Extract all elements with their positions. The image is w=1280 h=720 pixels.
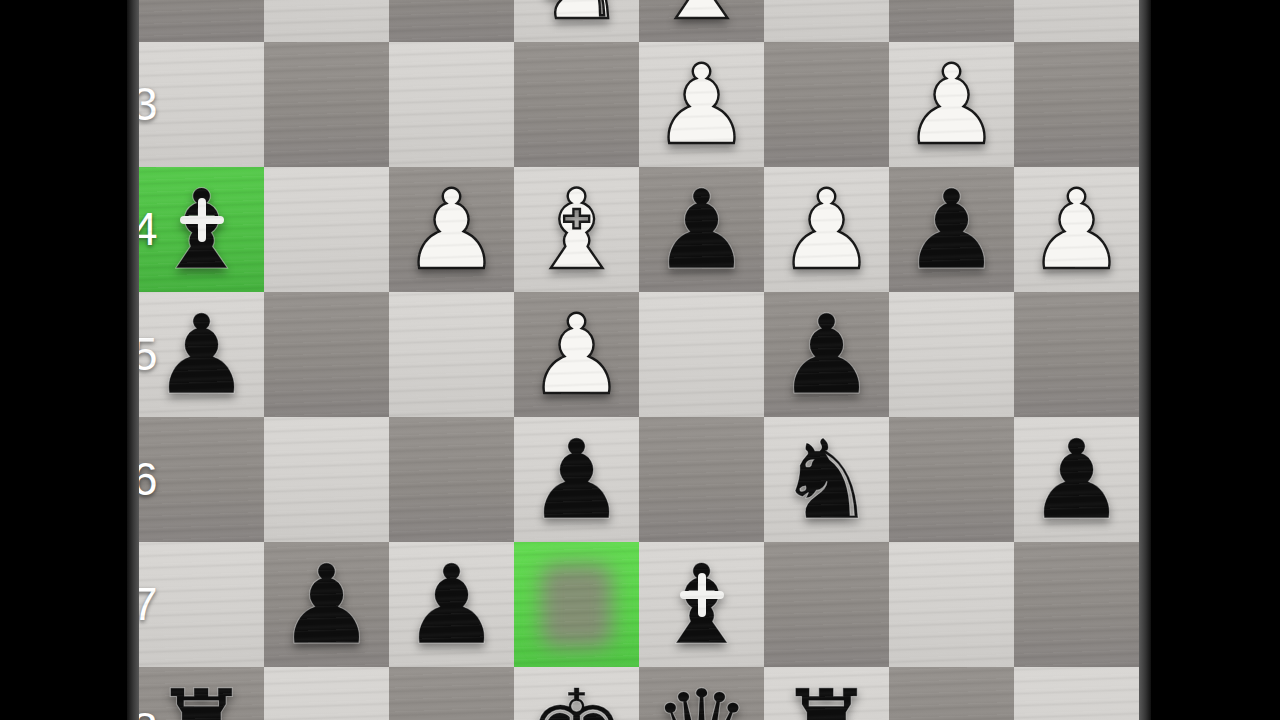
square-c2[interactable] [764, 0, 889, 42]
piece-black-pawn-a6[interactable]: ♟ [1014, 417, 1139, 542]
piece-black-knight-c6[interactable]: ♞ [764, 417, 889, 542]
piece-white-bishop-d2[interactable]: ♝ [639, 0, 764, 42]
square-d6[interactable] [639, 417, 764, 542]
piece-black-pawn-c5[interactable]: ♟ [764, 292, 889, 417]
square-a2[interactable] [1014, 0, 1139, 42]
square-d3[interactable]: ♟ [639, 42, 764, 167]
piece-white-pawn-e5[interactable]: ♟ [514, 292, 639, 417]
square-c3[interactable] [764, 42, 889, 167]
square-e5[interactable]: ♟ [514, 292, 639, 417]
square-f7[interactable]: ♟ [389, 542, 514, 667]
square-b4[interactable]: ♟ [889, 167, 1014, 292]
piece-white-pawn-a4[interactable]: ♟ [1014, 167, 1139, 292]
piece-black-pawn-b4[interactable]: ♟ [889, 167, 1014, 292]
piece-black-king-e8[interactable]: ♚ [514, 667, 639, 720]
board-edge-right [1139, 0, 1151, 720]
square-g8[interactable] [264, 667, 389, 720]
piece-white-pawn-c4[interactable]: ♟ [764, 167, 889, 292]
piece-white-bishop-e4[interactable]: ♝ [514, 167, 639, 292]
square-b2[interactable] [889, 0, 1014, 42]
square-g3[interactable] [264, 42, 389, 167]
square-e4[interactable]: ♝ [514, 167, 639, 292]
square-g4[interactable] [264, 167, 389, 292]
piece-white-pawn-f4[interactable]: ♟ [389, 167, 514, 292]
square-b5[interactable] [889, 292, 1014, 417]
square-d2[interactable]: ♝ [639, 0, 764, 42]
piece-black-pawn-e6[interactable]: ♟ [514, 417, 639, 542]
square-a3[interactable] [1014, 42, 1139, 167]
square-g2[interactable] [264, 0, 389, 42]
square-d8[interactable]: ♛ [639, 667, 764, 720]
square-d5[interactable] [639, 292, 764, 417]
square-g5[interactable] [264, 292, 389, 417]
square-a7[interactable] [1014, 542, 1139, 667]
app-stage: ♞♝♟♟♝♟♝♟♟♟♟♟♟♟♟♞♟♟♟♝♜♚♛♜345678 [0, 0, 1280, 720]
piece-white-knight-e2[interactable]: ♞ [514, 0, 639, 42]
square-c4[interactable]: ♟ [764, 167, 889, 292]
square-b6[interactable] [889, 417, 1014, 542]
square-f4[interactable]: ♟ [389, 167, 514, 292]
square-e3[interactable] [514, 42, 639, 167]
square-e2[interactable]: ♞ [514, 0, 639, 42]
piece-white-pawn-b3[interactable]: ♟ [889, 42, 1014, 167]
square-f8[interactable] [389, 667, 514, 720]
square-b3[interactable]: ♟ [889, 42, 1014, 167]
square-d7[interactable]: ♝ [639, 542, 764, 667]
square-e6[interactable]: ♟ [514, 417, 639, 542]
piece-black-pawn-f7[interactable]: ♟ [389, 542, 514, 667]
chess-board[interactable]: ♞♝♟♟♝♟♝♟♟♟♟♟♟♟♟♞♟♟♟♝♜♚♛♜345678 [139, 0, 1139, 720]
square-f2[interactable] [389, 0, 514, 42]
square-c5[interactable]: ♟ [764, 292, 889, 417]
square-c7[interactable] [764, 542, 889, 667]
piece-black-bishop-d7[interactable]: ♝ [639, 542, 764, 667]
piece-black-rook-c8[interactable]: ♜ [764, 667, 889, 720]
square-f6[interactable] [389, 417, 514, 542]
square-a8[interactable] [1014, 667, 1139, 720]
square-c6[interactable]: ♞ [764, 417, 889, 542]
square-g7[interactable]: ♟ [264, 542, 389, 667]
square-c8[interactable]: ♜ [764, 667, 889, 720]
square-f5[interactable] [389, 292, 514, 417]
square-h2[interactable] [139, 0, 264, 42]
piece-black-queen-d8[interactable]: ♛ [639, 667, 764, 720]
square-a4[interactable]: ♟ [1014, 167, 1139, 292]
square-g6[interactable] [264, 417, 389, 542]
square-a5[interactable] [1014, 292, 1139, 417]
square-e8[interactable]: ♚ [514, 667, 639, 720]
piece-white-pawn-d3[interactable]: ♟ [639, 42, 764, 167]
piece-black-pawn-d4[interactable]: ♟ [639, 167, 764, 292]
moved-piece-ghost [541, 564, 612, 648]
square-d4[interactable]: ♟ [639, 167, 764, 292]
square-b8[interactable] [889, 667, 1014, 720]
square-f3[interactable] [389, 42, 514, 167]
square-a6[interactable]: ♟ [1014, 417, 1139, 542]
square-b7[interactable] [889, 542, 1014, 667]
piece-black-pawn-g7[interactable]: ♟ [264, 542, 389, 667]
square-e7[interactable] [514, 542, 639, 667]
board-edge-left [127, 0, 139, 720]
